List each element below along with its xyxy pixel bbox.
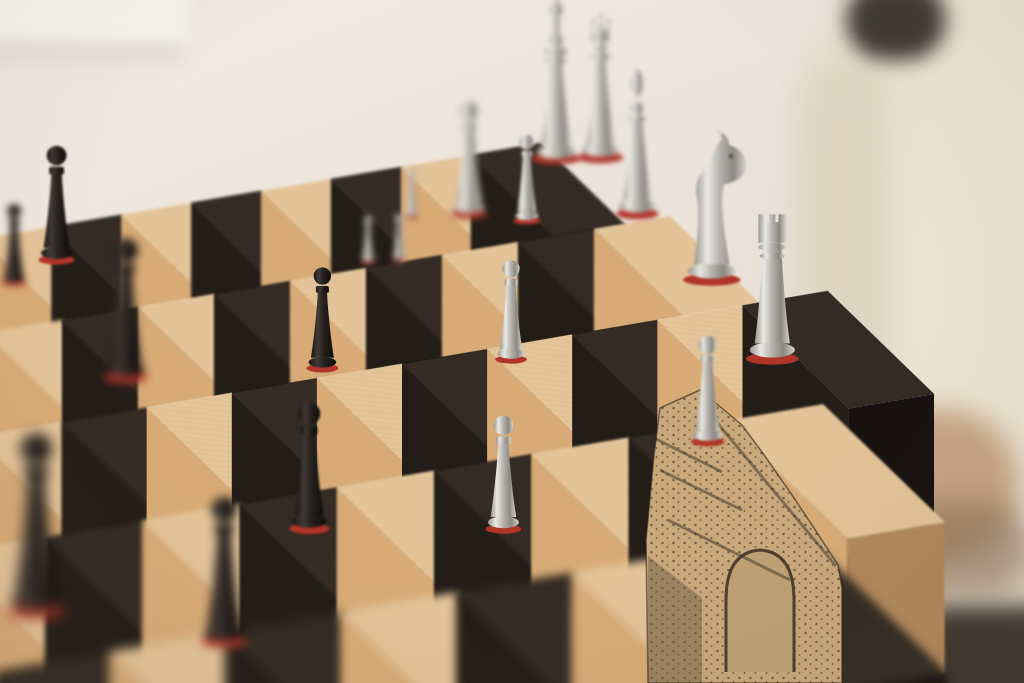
- white-pawn-4: [357, 211, 379, 267]
- black-pawn-4: [298, 257, 347, 379]
- black-pawn-6: [189, 482, 259, 657]
- black-pawn-1: [29, 134, 84, 272]
- white-pawn-8: [682, 325, 733, 453]
- photo-canvas: [0, 0, 1024, 683]
- black-pawn-7: [0, 415, 79, 630]
- black-pawn-3: [92, 224, 159, 392]
- white-pawn-5: [388, 209, 410, 265]
- white-rook: [732, 199, 813, 374]
- white-bishop: [605, 66, 670, 228]
- white-pawn-7: [476, 404, 531, 541]
- black-pawn-5: [279, 390, 340, 542]
- white-pawn-6: [487, 250, 535, 370]
- white-pawn-3: [506, 126, 548, 230]
- castle-arch: [726, 550, 794, 672]
- white-pawn-2: [442, 90, 496, 226]
- black-pawn-2: [0, 196, 33, 291]
